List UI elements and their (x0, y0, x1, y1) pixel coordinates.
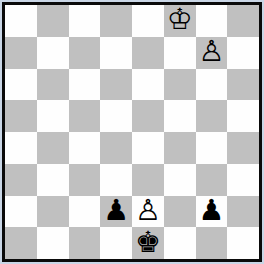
square-d3[interactable] (100, 164, 132, 196)
white-pawn-icon: ♙ (198, 37, 224, 66)
square-e6[interactable] (132, 69, 164, 101)
square-h5[interactable] (227, 100, 259, 132)
square-a6[interactable] (5, 69, 37, 101)
square-f5[interactable] (164, 100, 196, 132)
square-b5[interactable] (37, 100, 69, 132)
square-f6[interactable] (164, 69, 196, 101)
square-f8[interactable]: ♔ (164, 5, 196, 37)
square-c8[interactable] (69, 5, 101, 37)
square-a5[interactable] (5, 100, 37, 132)
square-h7[interactable] (227, 37, 259, 69)
square-h6[interactable] (227, 69, 259, 101)
square-d8[interactable] (100, 5, 132, 37)
square-b6[interactable] (37, 69, 69, 101)
square-c7[interactable] (69, 37, 101, 69)
square-d5[interactable] (100, 100, 132, 132)
square-g8[interactable] (196, 5, 228, 37)
square-a3[interactable] (5, 164, 37, 196)
square-b2[interactable] (37, 196, 69, 228)
square-e7[interactable] (132, 37, 164, 69)
square-f2[interactable] (164, 196, 196, 228)
square-h3[interactable] (227, 164, 259, 196)
square-f3[interactable] (164, 164, 196, 196)
black-king-icon: ♚ (135, 228, 161, 257)
square-h4[interactable] (227, 132, 259, 164)
square-e8[interactable] (132, 5, 164, 37)
square-c5[interactable] (69, 100, 101, 132)
board-outer-edge: ♔♙♟♙♟♚ (0, 0, 264, 264)
square-c6[interactable] (69, 69, 101, 101)
square-b1[interactable] (37, 227, 69, 259)
square-b7[interactable] (37, 37, 69, 69)
square-f7[interactable] (164, 37, 196, 69)
black-pawn-icon: ♟ (198, 196, 224, 225)
square-c3[interactable] (69, 164, 101, 196)
square-d6[interactable] (100, 69, 132, 101)
square-f4[interactable] (164, 132, 196, 164)
chess-board: ♔♙♟♙♟♚ (2, 2, 262, 262)
square-g3[interactable] (196, 164, 228, 196)
square-g5[interactable] (196, 100, 228, 132)
square-c1[interactable] (69, 227, 101, 259)
square-d4[interactable] (100, 132, 132, 164)
square-e4[interactable] (132, 132, 164, 164)
square-d1[interactable] (100, 227, 132, 259)
square-h1[interactable] (227, 227, 259, 259)
square-b8[interactable] (37, 5, 69, 37)
square-h8[interactable] (227, 5, 259, 37)
square-g2[interactable]: ♟ (196, 196, 228, 228)
square-e1[interactable]: ♚ (132, 227, 164, 259)
square-h2[interactable] (227, 196, 259, 228)
square-b4[interactable] (37, 132, 69, 164)
square-c4[interactable] (69, 132, 101, 164)
square-e2[interactable]: ♙ (132, 196, 164, 228)
square-g4[interactable] (196, 132, 228, 164)
square-a4[interactable] (5, 132, 37, 164)
square-c2[interactable] (69, 196, 101, 228)
white-pawn-icon: ♙ (135, 196, 161, 225)
square-a2[interactable] (5, 196, 37, 228)
black-pawn-icon: ♟ (103, 196, 129, 225)
square-e5[interactable] (132, 100, 164, 132)
square-a7[interactable] (5, 37, 37, 69)
square-g7[interactable]: ♙ (196, 37, 228, 69)
square-a8[interactable] (5, 5, 37, 37)
square-d7[interactable] (100, 37, 132, 69)
white-king-icon: ♔ (167, 5, 193, 34)
square-b3[interactable] (37, 164, 69, 196)
square-g6[interactable] (196, 69, 228, 101)
square-d2[interactable]: ♟ (100, 196, 132, 228)
square-g1[interactable] (196, 227, 228, 259)
square-e3[interactable] (132, 164, 164, 196)
square-a1[interactable] (5, 227, 37, 259)
square-f1[interactable] (164, 227, 196, 259)
